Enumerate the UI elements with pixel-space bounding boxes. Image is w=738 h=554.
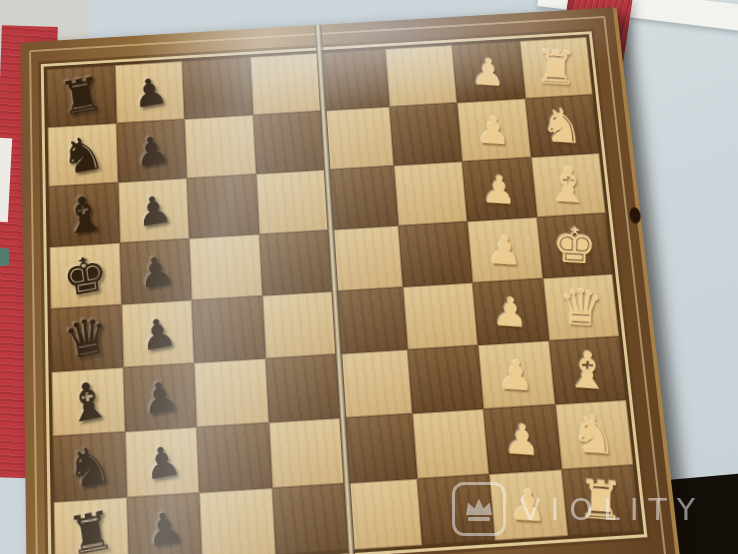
white-king: ♚	[539, 213, 610, 278]
white-pawn: ♟	[469, 217, 541, 282]
white-knight: ♞	[557, 400, 630, 469]
watermark-text: VIOLITY	[520, 492, 705, 527]
square-b5	[268, 418, 344, 488]
square-f6	[187, 174, 259, 239]
square-h8: ♜	[47, 65, 116, 127]
white-rook: ♜	[521, 37, 590, 98]
square-g3	[389, 103, 462, 166]
square-h4	[317, 49, 389, 111]
square-a6	[199, 488, 275, 554]
square-d1: ♛	[542, 274, 619, 341]
black-pawn: ♟	[119, 359, 200, 435]
square-c7: ♟	[123, 363, 197, 432]
square-b7: ♟	[125, 427, 200, 497]
square-f4	[325, 166, 398, 230]
square-c8: ♝	[52, 367, 125, 436]
square-d5	[262, 291, 336, 358]
square-c3	[407, 345, 483, 413]
square-f5	[256, 170, 329, 234]
black-bishop: ♝	[45, 179, 123, 251]
black-pawn: ♟	[113, 116, 190, 186]
white-bishop: ♝	[551, 336, 624, 404]
square-f7: ♟	[118, 178, 189, 243]
black-king: ♚	[46, 239, 125, 312]
square-h5	[250, 53, 321, 115]
black-knight: ♞	[44, 120, 121, 191]
clasp-hole	[629, 207, 642, 224]
black-knight: ♞	[49, 428, 130, 506]
square-g4	[321, 107, 393, 170]
square-c4	[336, 350, 412, 418]
square-b1: ♞	[555, 400, 633, 470]
square-h6	[182, 57, 253, 119]
square-d7: ♟	[121, 300, 194, 367]
black-bishop: ♝	[48, 364, 128, 441]
square-f1: ♝	[531, 153, 606, 217]
square-a8: ♜	[54, 497, 129, 554]
square-d2: ♟	[473, 278, 549, 345]
square-b6	[197, 423, 272, 493]
square-e4	[328, 226, 402, 292]
square-b2: ♟	[483, 404, 561, 474]
black-pawn: ♟	[116, 235, 195, 308]
square-e2: ♟	[467, 217, 542, 282]
square-e7: ♟	[119, 239, 191, 305]
square-f2: ♟	[462, 157, 536, 221]
white-pawn: ♟	[463, 157, 534, 221]
square-e6	[189, 234, 262, 300]
square-f8: ♝	[49, 182, 120, 247]
square-d6	[192, 296, 266, 363]
square-g2: ♟	[457, 99, 531, 162]
square-g1: ♞	[525, 95, 599, 158]
square-c2: ♟	[478, 341, 555, 409]
square-c5	[265, 354, 340, 423]
chessboard-photo[interactable]: ♜♟♟♜♞♟♟♞♝♟♟♝♚♟♟♚♛♟♟♛♝♟♟♝♞♟♟♞♜♟♟♜ VIOLITY	[0, 0, 738, 554]
square-b3	[412, 409, 489, 479]
square-g6	[184, 115, 255, 178]
white-queen: ♛	[545, 274, 617, 341]
square-c1: ♝	[549, 336, 627, 404]
white-pawn: ♟	[479, 341, 552, 409]
black-pawn: ♟	[114, 175, 192, 247]
square-h7: ♟	[114, 61, 184, 123]
teal-object	[0, 248, 9, 266]
square-a5	[272, 483, 349, 554]
black-pawn: ♟	[121, 423, 203, 501]
square-b4	[340, 414, 417, 484]
square-g7: ♟	[116, 119, 187, 182]
square-a4	[344, 479, 421, 550]
square-e8: ♚	[50, 243, 122, 309]
square-e3	[398, 221, 473, 287]
square-d8: ♛	[51, 305, 123, 372]
white-pawn: ♟	[458, 99, 529, 162]
black-queen: ♛	[47, 301, 126, 376]
square-b8: ♞	[53, 432, 127, 502]
square-g5	[253, 111, 325, 174]
crown-icon	[452, 482, 506, 536]
square-e1: ♚	[537, 213, 613, 278]
white-pawn: ♟	[453, 41, 523, 102]
black-pawn: ♟	[118, 296, 198, 371]
black-rook: ♜	[50, 493, 132, 554]
square-c6	[194, 359, 268, 428]
white-pawn: ♟	[474, 278, 547, 345]
square-e5	[259, 230, 332, 296]
black-pawn: ♟	[111, 58, 188, 127]
square-h1: ♜	[519, 37, 592, 99]
white-pawn: ♟	[485, 405, 559, 474]
square-h3	[385, 45, 457, 107]
square-g8: ♞	[48, 123, 118, 186]
violity-watermark: VIOLITY	[452, 482, 705, 536]
square-h2: ♟	[452, 41, 525, 103]
square-d3	[402, 283, 477, 350]
chess-board: ♜♟♟♜♞♟♟♞♝♟♟♝♚♟♟♚♛♟♟♛♝♟♟♝♞♟♟♞♜♟♟♜	[20, 7, 683, 554]
black-pawn: ♟	[123, 489, 205, 554]
square-d4	[332, 287, 407, 354]
white-knight: ♞	[527, 95, 597, 158]
square-a7: ♟	[126, 493, 201, 554]
black-rook: ♜	[43, 62, 119, 131]
square-f3	[393, 161, 467, 225]
white-bishop: ♝	[533, 153, 603, 217]
